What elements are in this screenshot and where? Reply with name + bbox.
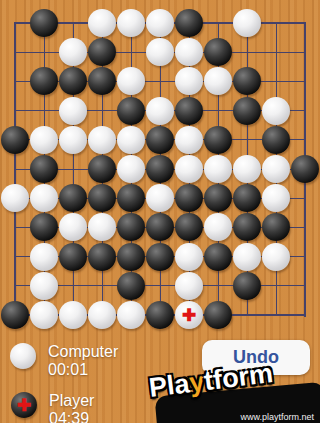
- black-stone: [59, 243, 87, 271]
- black-stone: [30, 67, 58, 95]
- black-stone: [262, 213, 290, 241]
- white-stone-icon: [10, 343, 36, 369]
- white-stone: [204, 155, 232, 183]
- white-stone: [30, 126, 58, 154]
- black-stone: [1, 301, 29, 329]
- white-stone: [175, 38, 203, 66]
- white-stone: [117, 155, 145, 183]
- white-stone: [59, 38, 87, 66]
- white-stone: [59, 301, 87, 329]
- black-stone: [117, 97, 145, 125]
- black-stone: [233, 272, 261, 300]
- white-stone: [175, 67, 203, 95]
- white-stone: [59, 126, 87, 154]
- black-stone: [233, 67, 261, 95]
- player-clock: 04:39: [49, 410, 94, 423]
- black-stone: [233, 97, 261, 125]
- white-stone: [30, 272, 58, 300]
- white-stone: [117, 9, 145, 37]
- black-stone: [291, 155, 319, 183]
- white-stone: [88, 126, 116, 154]
- white-stone: [88, 9, 116, 37]
- black-stone: [1, 126, 29, 154]
- computer-clock: 00:01: [48, 361, 118, 379]
- black-stone: [117, 184, 145, 212]
- black-stone: [117, 272, 145, 300]
- playtform-logo: Playtform www.playtform.net: [145, 375, 320, 423]
- black-stone: [146, 126, 174, 154]
- white-stone: [262, 243, 290, 271]
- white-stone: [1, 184, 29, 212]
- human-player-row: ✚ Player 04:39: [11, 392, 94, 423]
- black-stone: [204, 126, 232, 154]
- white-stone: [88, 213, 116, 241]
- white-stone: [204, 67, 232, 95]
- turn-marker-cross-icon: ✚: [17, 397, 31, 414]
- black-stone: [117, 213, 145, 241]
- white-stone: [117, 67, 145, 95]
- black-stone: [175, 97, 203, 125]
- white-stone: [30, 301, 58, 329]
- white-stone: [59, 97, 87, 125]
- white-stone: [175, 126, 203, 154]
- white-stone: [146, 38, 174, 66]
- black-stone: [146, 301, 174, 329]
- white-stone: [30, 243, 58, 271]
- white-stone: [262, 97, 290, 125]
- white-stone: [117, 301, 145, 329]
- black-stone: [59, 67, 87, 95]
- computer-player-row: Computer 00:01: [10, 343, 118, 379]
- black-stone: [30, 213, 58, 241]
- white-stone: [146, 184, 174, 212]
- black-stone: [88, 243, 116, 271]
- white-stone: [146, 9, 174, 37]
- black-stone-turn-icon: ✚: [11, 392, 37, 418]
- player-label: Player: [49, 392, 94, 410]
- white-stone: [175, 301, 203, 329]
- black-stone: [146, 155, 174, 183]
- white-stone: [88, 301, 116, 329]
- white-stone: [204, 213, 232, 241]
- black-stone: [204, 243, 232, 271]
- white-stone: [262, 184, 290, 212]
- black-stone: [88, 155, 116, 183]
- black-stone: [146, 243, 174, 271]
- white-stone: [233, 155, 261, 183]
- black-stone: [204, 38, 232, 66]
- black-stone: [59, 184, 87, 212]
- black-stone: [30, 9, 58, 37]
- white-stone: [30, 184, 58, 212]
- black-stone: [175, 9, 203, 37]
- black-stone: [233, 213, 261, 241]
- white-stone: [175, 155, 203, 183]
- black-stone: [146, 213, 174, 241]
- black-stone: [204, 301, 232, 329]
- logo-url: www.playtform.net: [240, 412, 314, 422]
- white-stone: [117, 126, 145, 154]
- white-stone: [59, 213, 87, 241]
- white-stone: [146, 97, 174, 125]
- go-app-screen: ✚ Computer 00:01 Undo ✚ Player 04:39 Pla…: [0, 0, 320, 423]
- black-stone: [117, 243, 145, 271]
- black-stone: [175, 184, 203, 212]
- white-stone: [233, 9, 261, 37]
- black-stone: [233, 184, 261, 212]
- black-stone: [88, 38, 116, 66]
- black-stone: [262, 126, 290, 154]
- computer-label: Computer: [48, 343, 118, 361]
- black-stone: [204, 184, 232, 212]
- black-stone: [88, 184, 116, 212]
- white-stone: [175, 243, 203, 271]
- white-stone: [175, 272, 203, 300]
- white-stone: [233, 243, 261, 271]
- white-stone: [262, 155, 290, 183]
- black-stone: [175, 213, 203, 241]
- black-stone: [88, 67, 116, 95]
- black-stone: [30, 155, 58, 183]
- go-board[interactable]: ✚: [0, 0, 320, 334]
